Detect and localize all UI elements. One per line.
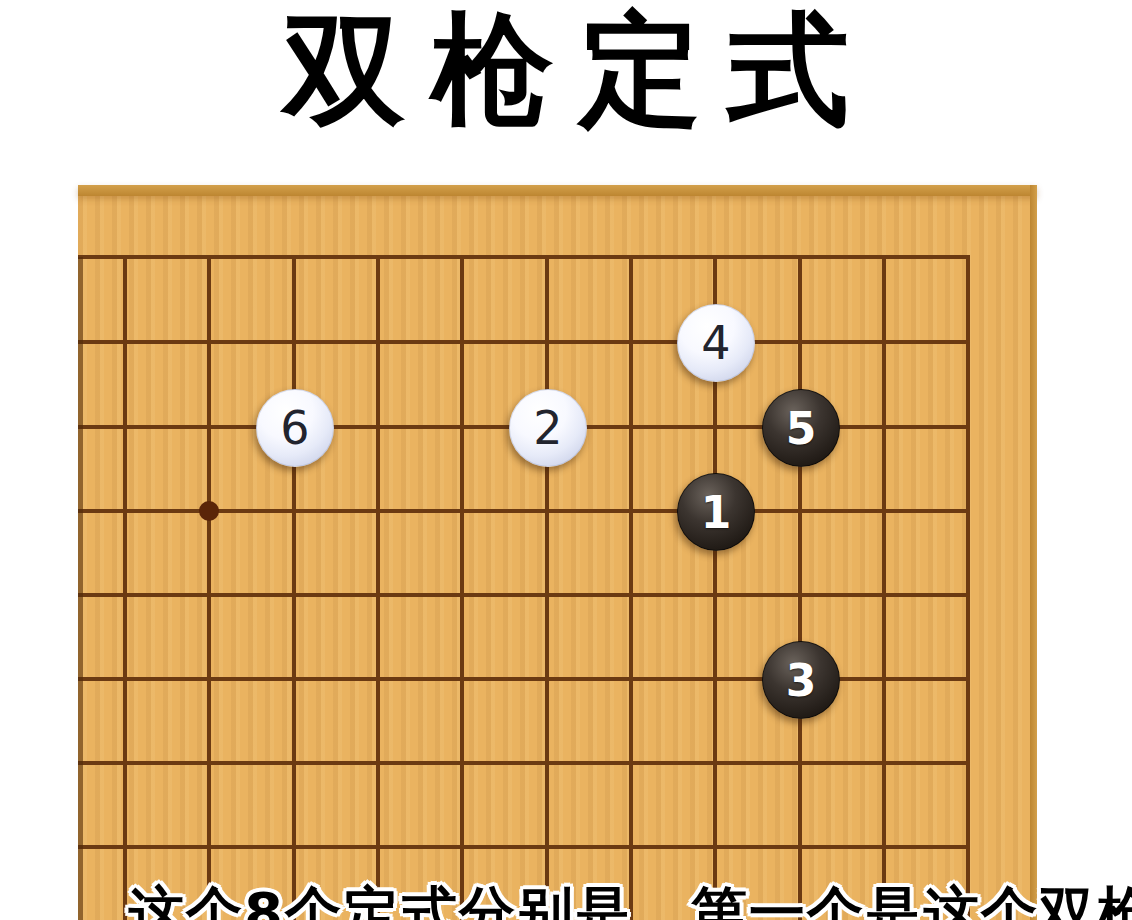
stone-move-number: 5 [786,403,817,454]
page: 双枪定式 123456 这个8个定式分别是，第一个是这个双枪定式 [0,0,1132,920]
page-title: 双枪定式 [0,0,1132,154]
board-top-edge [78,185,1037,196]
stone-white-2: 2 [509,389,587,467]
stone-black-3: 3 [762,641,840,719]
grid-line-horizontal [78,340,970,344]
stone-white-6: 6 [256,389,334,467]
star-point [199,501,219,521]
caption-text: 这个8个定式分别是，第一个是这个双枪定式 [128,876,1132,920]
grid-line-horizontal [78,593,970,597]
stone-white-4: 4 [677,304,755,382]
grid-line-vertical [882,257,886,920]
board-right-edge [1030,185,1037,920]
grid-line-vertical [376,257,380,920]
stone-move-number: 4 [701,316,730,370]
stone-move-number: 2 [533,401,562,455]
grid-line-vertical [460,257,464,920]
grid-line-vertical [292,257,296,920]
grid-line-vertical [545,257,549,920]
grid-line-horizontal [78,255,970,259]
grid-line-vertical [966,257,970,920]
grid-line-horizontal [78,761,970,765]
grid-line-vertical [798,257,802,920]
stone-black-1: 1 [677,473,755,551]
stone-move-number: 6 [280,401,309,455]
stone-move-number: 1 [701,487,732,538]
board-crop-edge-shadow [78,257,83,920]
grid-line-horizontal [78,845,970,849]
stone-black-5: 5 [762,389,840,467]
stone-move-number: 3 [786,655,817,706]
grid-line-vertical [207,257,211,920]
grid-line-vertical [123,257,127,920]
go-board: 123456 [78,185,1037,920]
grid-line-vertical [629,257,633,920]
